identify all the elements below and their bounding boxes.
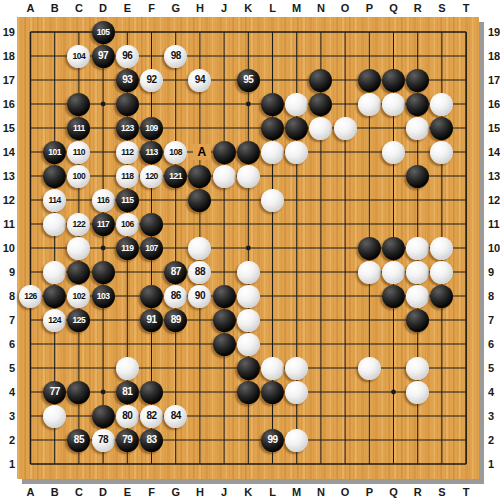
move-number: 105 — [97, 28, 110, 37]
stone-white-L5 — [261, 357, 284, 380]
stone-white-N15 — [309, 117, 332, 140]
coord-label-row-14-left: 14 — [0, 145, 15, 159]
move-number: 108 — [169, 148, 182, 157]
stone-black-E17: 93 — [116, 69, 139, 92]
stone-white-E5 — [116, 357, 139, 380]
move-number: 99 — [267, 435, 277, 445]
stone-white-P9 — [358, 261, 381, 284]
stone-black-E12: 115 — [116, 189, 139, 212]
stone-black-P17 — [358, 69, 381, 92]
stone-white-C11: 122 — [67, 213, 90, 236]
stone-white-L12 — [261, 189, 284, 212]
stone-black-N17 — [309, 69, 332, 92]
stone-white-R5 — [406, 357, 429, 380]
move-number: 114 — [49, 196, 61, 205]
stone-white-E3: 80 — [116, 405, 139, 428]
coord-label-col-G-top: G — [167, 1, 185, 15]
coord-label-row-19-right: 19 — [488, 25, 500, 39]
stone-white-F3: 82 — [140, 405, 163, 428]
stone-black-E4: 81 — [116, 381, 139, 404]
stone-black-C4 — [67, 381, 90, 404]
coord-label-row-6-right: 6 — [488, 337, 500, 351]
coord-label-row-11-left: 11 — [0, 217, 15, 231]
coord-label-row-1-left: 1 — [0, 457, 15, 471]
coord-label-row-2-right: 2 — [488, 433, 500, 447]
stone-white-K6 — [237, 333, 260, 356]
coord-label-col-Q-top: Q — [385, 1, 403, 15]
stone-white-C14: 110 — [67, 141, 90, 164]
move-number: 115 — [121, 196, 133, 205]
coord-label-row-13-left: 13 — [0, 169, 15, 183]
coord-label-row-2-left: 2 — [0, 433, 15, 447]
coord-label-col-H-top: H — [191, 1, 209, 15]
stone-black-R13 — [406, 165, 429, 188]
stone-white-L14 — [261, 141, 284, 164]
coord-label-col-J-bottom: J — [215, 485, 233, 499]
move-number: 87 — [171, 267, 181, 277]
coord-label-col-E-bottom: E — [118, 485, 136, 499]
move-number: 119 — [121, 244, 133, 253]
coord-label-row-1-right: 1 — [488, 457, 500, 471]
stone-black-P10 — [358, 237, 381, 260]
stone-black-D18: 97 — [92, 45, 115, 68]
stone-white-R10 — [406, 237, 429, 260]
coord-label-row-8-left: 8 — [0, 289, 15, 303]
stone-white-R15 — [406, 117, 429, 140]
coord-label-row-10-left: 10 — [0, 241, 15, 255]
stone-white-J13 — [213, 165, 236, 188]
coord-label-col-S-bottom: S — [433, 485, 451, 499]
move-number: 126 — [24, 292, 37, 301]
stone-white-G8: 86 — [164, 285, 187, 308]
move-number: 98 — [171, 51, 181, 61]
stone-black-F15: 109 — [140, 117, 163, 140]
stone-black-D11: 117 — [92, 213, 115, 236]
stone-white-O15 — [334, 117, 357, 140]
coord-label-col-H-bottom: H — [191, 485, 209, 499]
stone-black-K14 — [237, 141, 260, 164]
coord-label-col-B-bottom: B — [46, 485, 64, 499]
move-number: 78 — [98, 435, 108, 445]
move-number: 103 — [97, 292, 110, 301]
coord-label-row-4-left: 4 — [0, 385, 15, 399]
coord-label-col-C-bottom: C — [70, 485, 88, 499]
move-number: 107 — [145, 244, 158, 253]
coord-label-col-O-top: O — [336, 1, 354, 15]
stone-black-L4 — [261, 381, 284, 404]
coord-label-col-A-bottom: A — [22, 485, 40, 499]
stone-black-C2: 85 — [67, 429, 90, 452]
coord-label-row-6-left: 6 — [0, 337, 15, 351]
star-point-D4 — [101, 390, 106, 395]
coord-label-row-15-right: 15 — [488, 121, 500, 135]
move-number: 118 — [121, 172, 133, 181]
stone-white-P16 — [358, 93, 381, 116]
coord-label-col-N-bottom: N — [312, 485, 330, 499]
stone-white-A8: 126 — [19, 285, 42, 308]
coord-label-col-L-bottom: L — [264, 485, 282, 499]
move-number: 93 — [122, 75, 132, 85]
annotation-label-A: A — [193, 144, 211, 160]
goban[interactable]: 1051049796989392949511112310910111011211… — [17, 17, 479, 479]
coord-label-row-7-right: 7 — [488, 313, 500, 327]
coord-label-col-M-top: M — [288, 1, 306, 15]
move-number: 86 — [171, 291, 181, 301]
star-point-D10 — [101, 246, 106, 251]
move-number: 113 — [145, 148, 157, 157]
coord-label-col-T-bottom: T — [457, 485, 475, 499]
move-number: 83 — [146, 435, 156, 445]
coord-label-col-E-top: E — [118, 1, 136, 15]
stone-white-S14 — [430, 141, 453, 164]
star-point-Q4 — [391, 390, 396, 395]
stone-black-Q8 — [382, 285, 405, 308]
stone-black-B13 — [43, 165, 66, 188]
move-number: 106 — [121, 220, 134, 229]
move-number: 79 — [122, 435, 132, 445]
coord-label-col-G-bottom: G — [167, 485, 185, 499]
stone-black-D9 — [92, 261, 115, 284]
stone-black-F4 — [140, 381, 163, 404]
stone-black-E10: 119 — [116, 237, 139, 260]
move-number: 82 — [146, 411, 156, 421]
stone-white-K8 — [237, 285, 260, 308]
stone-white-D12: 116 — [92, 189, 115, 212]
stone-black-B8 — [43, 285, 66, 308]
move-number: 81 — [122, 387, 132, 397]
move-number: 125 — [73, 316, 86, 325]
stone-black-B4: 77 — [43, 381, 66, 404]
coord-label-row-17-right: 17 — [488, 73, 500, 87]
stone-white-E13: 118 — [116, 165, 139, 188]
stone-white-S10 — [430, 237, 453, 260]
move-number: 122 — [73, 220, 86, 229]
stone-white-G18: 98 — [164, 45, 187, 68]
move-number: 112 — [121, 148, 133, 157]
star-point-K16 — [246, 102, 251, 107]
coord-label-row-16-left: 16 — [0, 97, 15, 111]
move-number: 97 — [98, 51, 108, 61]
coord-label-row-9-left: 9 — [0, 265, 15, 279]
stone-black-F14: 113 — [140, 141, 163, 164]
move-number: 111 — [73, 124, 85, 133]
coord-label-row-13-right: 13 — [488, 169, 500, 183]
coord-label-col-T-top: T — [457, 1, 475, 15]
stone-black-J6 — [213, 333, 236, 356]
coord-label-row-14-right: 14 — [488, 145, 500, 159]
move-number: 84 — [171, 411, 181, 421]
stone-black-G7: 89 — [164, 309, 187, 332]
stone-white-K7 — [237, 309, 260, 332]
coord-label-row-3-right: 3 — [488, 409, 500, 423]
coord-label-row-18-left: 18 — [0, 49, 15, 63]
stone-black-C9 — [67, 261, 90, 284]
stone-black-L2: 99 — [261, 429, 284, 452]
coord-label-col-P-bottom: P — [360, 485, 378, 499]
move-number: 89 — [171, 315, 181, 325]
coord-label-col-B-top: B — [46, 1, 64, 15]
coord-label-row-8-right: 8 — [488, 289, 500, 303]
stone-black-Q17 — [382, 69, 405, 92]
stone-white-M14 — [285, 141, 308, 164]
stone-white-H8: 90 — [188, 285, 211, 308]
stone-black-R17 — [406, 69, 429, 92]
coord-label-col-P-top: P — [360, 1, 378, 15]
stone-white-B3 — [43, 405, 66, 428]
stone-black-G9: 87 — [164, 261, 187, 284]
coord-label-col-F-bottom: F — [143, 485, 161, 499]
stone-white-D2: 78 — [92, 429, 115, 452]
stone-white-G14: 108 — [164, 141, 187, 164]
move-number: 121 — [169, 172, 182, 181]
coord-label-col-K-top: K — [239, 1, 257, 15]
coord-label-col-C-top: C — [70, 1, 88, 15]
coord-label-col-R-top: R — [409, 1, 427, 15]
coord-label-row-5-left: 5 — [0, 361, 15, 375]
coord-label-row-15-left: 15 — [0, 121, 15, 135]
stone-black-C7: 125 — [67, 309, 90, 332]
move-number: 116 — [97, 196, 109, 205]
coord-label-row-11-right: 11 — [488, 217, 500, 231]
stone-white-H10 — [188, 237, 211, 260]
stone-white-P5 — [358, 357, 381, 380]
stone-white-G3: 84 — [164, 405, 187, 428]
move-number: 85 — [74, 435, 84, 445]
coord-label-row-3-left: 3 — [0, 409, 15, 423]
coord-label-col-J-top: J — [215, 1, 233, 15]
stone-black-E16 — [116, 93, 139, 116]
move-number: 124 — [48, 316, 61, 325]
coord-label-row-19-left: 19 — [0, 25, 15, 39]
coord-label-col-Q-bottom: Q — [385, 485, 403, 499]
stone-black-D3 — [92, 405, 115, 428]
stone-black-M15 — [285, 117, 308, 140]
stone-black-G13: 121 — [164, 165, 187, 188]
coord-label-col-R-bottom: R — [409, 485, 427, 499]
stone-black-B14: 101 — [43, 141, 66, 164]
coord-label-col-M-bottom: M — [288, 485, 306, 499]
stone-black-R16 — [406, 93, 429, 116]
stone-white-E14: 112 — [116, 141, 139, 164]
coord-label-col-A-top: A — [22, 1, 40, 15]
coord-label-row-7-left: 7 — [0, 313, 15, 327]
stone-white-M4 — [285, 381, 308, 404]
coord-label-row-12-left: 12 — [0, 193, 15, 207]
stone-white-S9 — [430, 261, 453, 284]
move-number: 95 — [243, 75, 253, 85]
star-point-K10 — [246, 246, 251, 251]
coord-label-col-D-bottom: D — [94, 485, 112, 499]
move-number: 102 — [73, 292, 86, 301]
move-number: 90 — [195, 291, 205, 301]
move-number: 117 — [97, 220, 109, 229]
move-number: 104 — [73, 52, 86, 61]
coord-label-col-K-bottom: K — [239, 485, 257, 499]
stone-black-Q10 — [382, 237, 405, 260]
move-number: 91 — [146, 315, 156, 325]
stone-white-H17: 94 — [188, 69, 211, 92]
coord-label-row-18-right: 18 — [488, 49, 500, 63]
stone-white-M2 — [285, 429, 308, 452]
stone-black-L16 — [261, 93, 284, 116]
coord-label-col-F-top: F — [143, 1, 161, 15]
stone-black-S15 — [430, 117, 453, 140]
stone-black-N16 — [309, 93, 332, 116]
coord-label-col-S-top: S — [433, 1, 451, 15]
stone-white-R8 — [406, 285, 429, 308]
stone-black-K4 — [237, 381, 260, 404]
move-number: 96 — [122, 51, 132, 61]
stone-white-B12: 114 — [43, 189, 66, 212]
stone-black-R7 — [406, 309, 429, 332]
coord-label-row-17-left: 17 — [0, 73, 15, 87]
move-number: 123 — [121, 124, 134, 133]
stone-white-F17: 92 — [140, 69, 163, 92]
stone-white-F13: 120 — [140, 165, 163, 188]
coord-label-col-O-bottom: O — [336, 485, 354, 499]
stone-black-F10: 107 — [140, 237, 163, 260]
coord-label-row-10-right: 10 — [488, 241, 500, 255]
stone-black-C15: 111 — [67, 117, 90, 140]
stone-white-Q9 — [382, 261, 405, 284]
stone-black-D19: 105 — [92, 21, 115, 44]
move-number: 109 — [145, 124, 158, 133]
stone-black-H13 — [188, 165, 211, 188]
stone-white-S16 — [430, 93, 453, 116]
stone-white-B7: 124 — [43, 309, 66, 332]
stone-white-E18: 96 — [116, 45, 139, 68]
coord-label-row-9-right: 9 — [488, 265, 500, 279]
stone-black-F7: 91 — [140, 309, 163, 332]
stone-black-C16 — [67, 93, 90, 116]
stone-white-B11 — [43, 213, 66, 236]
stone-black-F11 — [140, 213, 163, 236]
stone-white-C18: 104 — [67, 45, 90, 68]
move-number: 88 — [195, 267, 205, 277]
move-number: 100 — [73, 172, 86, 181]
stone-black-E15: 123 — [116, 117, 139, 140]
move-number: 101 — [48, 148, 61, 157]
stone-black-F8 — [140, 285, 163, 308]
stone-black-K17: 95 — [237, 69, 260, 92]
stone-black-J8 — [213, 285, 236, 308]
coord-label-row-4-right: 4 — [488, 385, 500, 399]
stone-black-L15 — [261, 117, 284, 140]
coord-label-row-16-right: 16 — [488, 97, 500, 111]
stone-white-H9: 88 — [188, 261, 211, 284]
coord-label-col-N-top: N — [312, 1, 330, 15]
move-number: 110 — [73, 148, 85, 157]
stone-black-J7 — [213, 309, 236, 332]
stone-black-K5 — [237, 357, 260, 380]
stone-white-B9 — [43, 261, 66, 284]
stone-white-C13: 100 — [67, 165, 90, 188]
stone-black-F2: 83 — [140, 429, 163, 452]
stone-black-D8: 103 — [92, 285, 115, 308]
coord-label-col-D-top: D — [94, 1, 112, 15]
stone-white-Q14 — [382, 141, 405, 164]
stone-white-K13 — [237, 165, 260, 188]
stone-white-C8: 102 — [67, 285, 90, 308]
coord-label-row-12-right: 12 — [488, 193, 500, 207]
stone-black-H12 — [188, 189, 211, 212]
stone-black-E2: 79 — [116, 429, 139, 452]
stone-black-S8 — [430, 285, 453, 308]
stone-white-Q16 — [382, 93, 405, 116]
move-number: 120 — [145, 172, 158, 181]
coord-label-col-L-top: L — [264, 1, 282, 15]
move-number: 77 — [50, 387, 60, 397]
stone-white-M16 — [285, 93, 308, 116]
move-number: 80 — [122, 411, 132, 421]
coord-label-row-5-right: 5 — [488, 361, 500, 375]
star-point-D16 — [101, 102, 106, 107]
move-number: 94 — [195, 75, 205, 85]
stone-black-J14 — [213, 141, 236, 164]
stone-white-E11: 106 — [116, 213, 139, 236]
stone-white-K9 — [237, 261, 260, 284]
stone-white-R9 — [406, 261, 429, 284]
stone-white-R4 — [406, 381, 429, 404]
stone-white-C10 — [67, 237, 90, 260]
go-kifu-diagram: 1051049796989392949511112310910111011211… — [0, 0, 500, 500]
stone-white-M5 — [285, 357, 308, 380]
move-number: 92 — [146, 75, 156, 85]
